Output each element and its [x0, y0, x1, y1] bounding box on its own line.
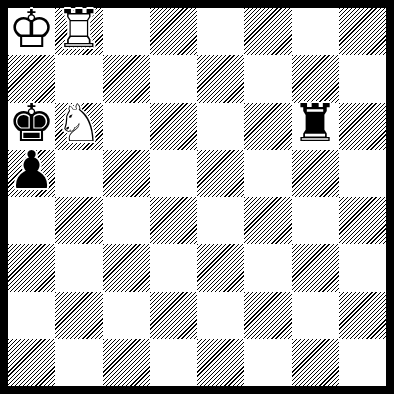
- square-h7[interactable]: [339, 55, 386, 102]
- square-c8[interactable]: [103, 8, 150, 55]
- square-e8[interactable]: [197, 8, 244, 55]
- square-e4[interactable]: [197, 197, 244, 244]
- square-g2[interactable]: [292, 292, 339, 339]
- square-g1[interactable]: [292, 339, 339, 386]
- square-h3[interactable]: [339, 244, 386, 291]
- square-d2[interactable]: [150, 292, 197, 339]
- square-b4[interactable]: [55, 197, 102, 244]
- square-c3[interactable]: [103, 244, 150, 291]
- white-king-glyph: ♔: [8, 3, 55, 55]
- square-b5[interactable]: [55, 150, 102, 197]
- square-h8[interactable]: [339, 8, 386, 55]
- square-a3[interactable]: [8, 244, 55, 291]
- square-f2[interactable]: [244, 292, 291, 339]
- square-d6[interactable]: [150, 103, 197, 150]
- square-g5[interactable]: [292, 150, 339, 197]
- square-f6[interactable]: [244, 103, 291, 150]
- square-c1[interactable]: [103, 339, 150, 386]
- square-f3[interactable]: [244, 244, 291, 291]
- square-f1[interactable]: [244, 339, 291, 386]
- square-d8[interactable]: [150, 8, 197, 55]
- square-d5[interactable]: [150, 150, 197, 197]
- square-e6[interactable]: [197, 103, 244, 150]
- square-b8[interactable]: ♜♖: [55, 8, 102, 55]
- square-f4[interactable]: [244, 197, 291, 244]
- square-c6[interactable]: [103, 103, 150, 150]
- square-g4[interactable]: [292, 197, 339, 244]
- square-c7[interactable]: [103, 55, 150, 102]
- piece-black-pawn[interactable]: ♟♟: [8, 150, 55, 197]
- square-h5[interactable]: [339, 150, 386, 197]
- square-g6[interactable]: ♜♜: [292, 103, 339, 150]
- square-f7[interactable]: [244, 55, 291, 102]
- square-d7[interactable]: [150, 55, 197, 102]
- square-h4[interactable]: [339, 197, 386, 244]
- piece-black-rook[interactable]: ♜♜: [292, 103, 339, 150]
- square-d3[interactable]: [150, 244, 197, 291]
- square-b6[interactable]: ♞♘: [55, 103, 102, 150]
- square-e5[interactable]: [197, 150, 244, 197]
- square-d4[interactable]: [150, 197, 197, 244]
- square-g8[interactable]: [292, 8, 339, 55]
- square-g3[interactable]: [292, 244, 339, 291]
- square-b3[interactable]: [55, 244, 102, 291]
- square-e1[interactable]: [197, 339, 244, 386]
- black-pawn-glyph: ♟: [8, 145, 55, 197]
- square-h6[interactable]: [339, 103, 386, 150]
- square-a2[interactable]: [8, 292, 55, 339]
- chess-board: ♚♔♜♖♚♚♞♘♜♜♟♟: [8, 8, 386, 386]
- square-a4[interactable]: [8, 197, 55, 244]
- square-e3[interactable]: [197, 244, 244, 291]
- square-b2[interactable]: [55, 292, 102, 339]
- square-e7[interactable]: [197, 55, 244, 102]
- square-c5[interactable]: [103, 150, 150, 197]
- square-a5[interactable]: ♟♟: [8, 150, 55, 197]
- square-h1[interactable]: [339, 339, 386, 386]
- square-b1[interactable]: [55, 339, 102, 386]
- square-h2[interactable]: [339, 292, 386, 339]
- square-e2[interactable]: [197, 292, 244, 339]
- piece-white-rook[interactable]: ♜♖: [55, 8, 102, 55]
- square-a8[interactable]: ♚♔: [8, 8, 55, 55]
- chess-board-frame: ♚♔♜♖♚♚♞♘♜♜♟♟: [0, 0, 394, 394]
- square-f8[interactable]: [244, 8, 291, 55]
- piece-white-king[interactable]: ♚♔: [8, 8, 55, 55]
- square-d1[interactable]: [150, 339, 197, 386]
- square-c2[interactable]: [103, 292, 150, 339]
- square-a1[interactable]: [8, 339, 55, 386]
- black-rook-glyph: ♜: [292, 98, 339, 150]
- square-f5[interactable]: [244, 150, 291, 197]
- piece-white-knight[interactable]: ♞♘: [55, 103, 102, 150]
- white-knight-glyph: ♘: [56, 98, 103, 150]
- square-c4[interactable]: [103, 197, 150, 244]
- white-rook-glyph: ♖: [56, 3, 103, 55]
